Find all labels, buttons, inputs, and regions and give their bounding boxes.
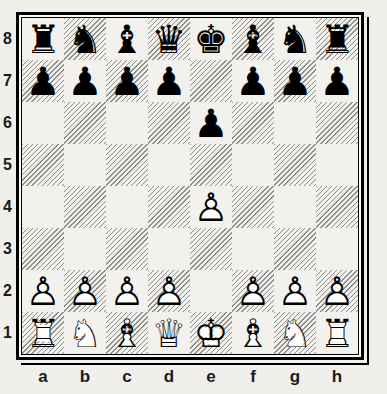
square-b1[interactable]: ♞♘ <box>64 312 106 354</box>
white-piece-outline: ♙ <box>22 270 64 312</box>
square-b8[interactable]: ♞ <box>64 18 106 60</box>
square-b5[interactable] <box>64 144 106 186</box>
square-e1[interactable]: ♚♔ <box>190 312 232 354</box>
square-d4[interactable] <box>148 186 190 228</box>
white-piece-outline: ♕ <box>148 312 190 354</box>
white-piece-outline: ♙ <box>64 270 106 312</box>
black-pawn-piece: ♟ <box>22 60 64 102</box>
square-a3[interactable] <box>22 228 64 270</box>
square-a7[interactable]: ♟ <box>22 60 64 102</box>
white-king-piece: ♚♔ <box>190 312 232 354</box>
square-f8[interactable]: ♝ <box>232 18 274 60</box>
white-pawn-piece: ♟♙ <box>148 270 190 312</box>
chess-diagram: 87654321 ♜♞♝♛♚♝♞♜♟♟♟♟♟♟♟♟♟♙♟♙♟♙♟♙♟♙♟♙♟♙♟… <box>0 0 387 394</box>
square-e6[interactable]: ♟ <box>190 102 232 144</box>
rank-label-2: 2 <box>0 270 15 312</box>
white-piece-outline: ♙ <box>274 270 316 312</box>
black-pawn-piece: ♟ <box>148 60 190 102</box>
file-labels: abcdefgh <box>22 365 358 389</box>
square-c7[interactable]: ♟ <box>106 60 148 102</box>
square-b6[interactable] <box>64 102 106 144</box>
file-label-b: b <box>64 365 106 389</box>
white-pawn-piece: ♟♙ <box>190 186 232 228</box>
square-e3[interactable] <box>190 228 232 270</box>
white-pawn-piece: ♟♙ <box>274 270 316 312</box>
square-d6[interactable] <box>148 102 190 144</box>
white-knight-piece: ♞♘ <box>64 312 106 354</box>
square-d3[interactable] <box>148 228 190 270</box>
white-piece-outline: ♘ <box>274 312 316 354</box>
white-piece-outline: ♙ <box>232 270 274 312</box>
square-a8[interactable]: ♜ <box>22 18 64 60</box>
square-a6[interactable] <box>22 102 64 144</box>
square-b4[interactable] <box>64 186 106 228</box>
square-h4[interactable] <box>316 186 358 228</box>
black-king-piece: ♚ <box>190 18 232 60</box>
square-f3[interactable] <box>232 228 274 270</box>
square-g4[interactable] <box>274 186 316 228</box>
black-pawn-piece: ♟ <box>64 60 106 102</box>
black-bishop-piece: ♝ <box>232 18 274 60</box>
square-e2[interactable] <box>190 270 232 312</box>
square-a1[interactable]: ♜♖ <box>22 312 64 354</box>
black-pawn-piece: ♟ <box>274 60 316 102</box>
square-f7[interactable]: ♟ <box>232 60 274 102</box>
white-piece-outline: ♖ <box>316 312 358 354</box>
file-label-g: g <box>274 365 316 389</box>
square-h5[interactable] <box>316 144 358 186</box>
square-c3[interactable] <box>106 228 148 270</box>
white-piece-outline: ♙ <box>316 270 358 312</box>
square-h7[interactable]: ♟ <box>316 60 358 102</box>
square-c4[interactable] <box>106 186 148 228</box>
square-e4[interactable]: ♟♙ <box>190 186 232 228</box>
file-label-h: h <box>316 365 358 389</box>
rank-label-7: 7 <box>0 60 15 102</box>
square-b2[interactable]: ♟♙ <box>64 270 106 312</box>
square-g2[interactable]: ♟♙ <box>274 270 316 312</box>
white-bishop-piece: ♝♗ <box>232 312 274 354</box>
square-g5[interactable] <box>274 144 316 186</box>
square-d1[interactable]: ♛♕ <box>148 312 190 354</box>
square-d8[interactable]: ♛ <box>148 18 190 60</box>
square-c5[interactable] <box>106 144 148 186</box>
square-f2[interactable]: ♟♙ <box>232 270 274 312</box>
square-c6[interactable] <box>106 102 148 144</box>
square-f6[interactable] <box>232 102 274 144</box>
rank-label-1: 1 <box>0 312 15 354</box>
rank-label-4: 4 <box>0 186 15 228</box>
white-piece-outline: ♘ <box>64 312 106 354</box>
rank-label-5: 5 <box>0 144 15 186</box>
rank-labels: 87654321 <box>0 18 15 354</box>
square-e7[interactable] <box>190 60 232 102</box>
square-g7[interactable]: ♟ <box>274 60 316 102</box>
file-label-d: d <box>148 365 190 389</box>
black-pawn-piece: ♟ <box>106 60 148 102</box>
white-piece-outline: ♔ <box>190 312 232 354</box>
square-c8[interactable]: ♝ <box>106 18 148 60</box>
white-piece-outline: ♙ <box>106 270 148 312</box>
file-label-a: a <box>22 365 64 389</box>
square-d7[interactable]: ♟ <box>148 60 190 102</box>
square-f1[interactable]: ♝♗ <box>232 312 274 354</box>
white-piece-outline: ♖ <box>22 312 64 354</box>
white-piece-outline: ♗ <box>106 312 148 354</box>
black-queen-piece: ♛ <box>148 18 190 60</box>
black-bishop-piece: ♝ <box>106 18 148 60</box>
file-label-f: f <box>232 365 274 389</box>
square-h6[interactable] <box>316 102 358 144</box>
black-pawn-piece: ♟ <box>232 60 274 102</box>
square-h1[interactable]: ♜♖ <box>316 312 358 354</box>
black-knight-piece: ♞ <box>274 18 316 60</box>
square-d2[interactable]: ♟♙ <box>148 270 190 312</box>
square-h8[interactable]: ♜ <box>316 18 358 60</box>
white-pawn-piece: ♟♙ <box>106 270 148 312</box>
white-pawn-piece: ♟♙ <box>64 270 106 312</box>
white-piece-outline: ♙ <box>190 186 232 228</box>
square-c1[interactable]: ♝♗ <box>106 312 148 354</box>
board-grid: ♜♞♝♛♚♝♞♜♟♟♟♟♟♟♟♟♟♙♟♙♟♙♟♙♟♙♟♙♟♙♟♙♜♖♞♘♝♗♛♕… <box>21 17 359 355</box>
white-piece-outline: ♗ <box>232 312 274 354</box>
square-a4[interactable] <box>22 186 64 228</box>
square-g6[interactable] <box>274 102 316 144</box>
square-f5[interactable] <box>232 144 274 186</box>
black-pawn-piece: ♟ <box>316 60 358 102</box>
square-g8[interactable]: ♞ <box>274 18 316 60</box>
black-rook-piece: ♜ <box>316 18 358 60</box>
black-rook-piece: ♜ <box>22 18 64 60</box>
square-c2[interactable]: ♟♙ <box>106 270 148 312</box>
white-rook-piece: ♜♖ <box>22 312 64 354</box>
white-pawn-piece: ♟♙ <box>22 270 64 312</box>
square-f4[interactable] <box>232 186 274 228</box>
square-e8[interactable]: ♚ <box>190 18 232 60</box>
square-g1[interactable]: ♞♘ <box>274 312 316 354</box>
white-piece-outline: ♙ <box>148 270 190 312</box>
rank-label-3: 3 <box>0 228 15 270</box>
black-pawn-piece: ♟ <box>190 102 232 144</box>
square-g3[interactable] <box>274 228 316 270</box>
square-b7[interactable]: ♟ <box>64 60 106 102</box>
rank-label-6: 6 <box>0 102 15 144</box>
rank-label-8: 8 <box>0 18 15 60</box>
square-e5[interactable] <box>190 144 232 186</box>
square-b3[interactable] <box>64 228 106 270</box>
square-a5[interactable] <box>22 144 64 186</box>
white-bishop-piece: ♝♗ <box>106 312 148 354</box>
square-a2[interactable]: ♟♙ <box>22 270 64 312</box>
white-queen-piece: ♛♕ <box>148 312 190 354</box>
file-label-e: e <box>190 365 232 389</box>
square-d5[interactable] <box>148 144 190 186</box>
white-pawn-piece: ♟♙ <box>316 270 358 312</box>
white-pawn-piece: ♟♙ <box>232 270 274 312</box>
white-knight-piece: ♞♘ <box>274 312 316 354</box>
black-knight-piece: ♞ <box>64 18 106 60</box>
white-rook-piece: ♜♖ <box>316 312 358 354</box>
file-label-c: c <box>106 365 148 389</box>
square-h3[interactable] <box>316 228 358 270</box>
square-h2[interactable]: ♟♙ <box>316 270 358 312</box>
chess-board: ♜♞♝♛♚♝♞♜♟♟♟♟♟♟♟♟♟♙♟♙♟♙♟♙♟♙♟♙♟♙♟♙♜♖♞♘♝♗♛♕… <box>16 12 364 360</box>
